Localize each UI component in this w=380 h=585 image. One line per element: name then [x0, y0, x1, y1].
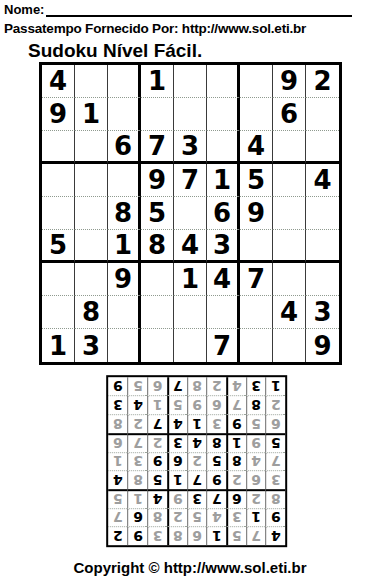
- cell-r5c5[interactable]: [174, 197, 207, 230]
- solution-cell-r9c7: 6: [147, 377, 167, 396]
- cell-r9c1: 1: [42, 329, 75, 362]
- solution-cell-r3c8: 1: [128, 489, 148, 508]
- solution-cell-r7c2: 5: [246, 414, 266, 433]
- cell-r4c6: 1: [207, 164, 240, 197]
- solution-cell-r2c5: 5: [187, 508, 207, 527]
- solution-cell-r6c3: 1: [226, 433, 246, 452]
- solution-cell-r7c6: 4: [167, 414, 187, 433]
- solution-cell-r4c5: 7: [187, 470, 207, 489]
- cell-r3c3: 6: [108, 131, 141, 164]
- solution-cell-r6c4: 8: [206, 433, 226, 452]
- solution-cell-r6c5: 4: [187, 433, 207, 452]
- solution-cell-r7c8: 2: [128, 414, 148, 433]
- cell-r3c9[interactable]: [306, 131, 339, 164]
- solution-cell-r2c7: 8: [147, 508, 167, 527]
- cell-r1c4: 1: [141, 65, 174, 98]
- solution-cell-r3c4: 7: [206, 489, 226, 508]
- cell-r6c1: 5: [42, 230, 75, 263]
- solution-cell-r3c7: 4: [147, 489, 167, 508]
- solution-cell-r5c5: 2: [187, 452, 207, 471]
- solution-cell-r9c5: 8: [187, 377, 207, 396]
- cell-r1c9: 2: [306, 65, 339, 98]
- solution-cell-r8c3: 7: [226, 396, 246, 415]
- solution-cell-r9c9: 9: [108, 377, 128, 396]
- solution-cell-r3c2: 2: [246, 489, 266, 508]
- cell-r5c8[interactable]: [273, 197, 306, 230]
- solution-cell-r4c3: 2: [226, 470, 246, 489]
- cell-r3c8[interactable]: [273, 131, 306, 164]
- cell-r8c2: 8: [75, 296, 108, 329]
- cell-r4c5: 7: [174, 164, 207, 197]
- cell-r2c4[interactable]: [141, 98, 174, 131]
- solution-cell-r5c3: 8: [226, 452, 246, 471]
- solution-cell-r8c5: 9: [187, 396, 207, 415]
- page-title: Sudoku Nível Fácil.: [28, 40, 202, 62]
- cell-r2c8: 6: [273, 98, 306, 131]
- solution-cell-r8c1: 2: [266, 396, 286, 415]
- cell-r5c3: 8: [108, 197, 141, 230]
- cell-r2c5[interactable]: [174, 98, 207, 131]
- solution-cell-r5c4: 5: [206, 452, 226, 471]
- solution-cell-r9c3: 4: [226, 377, 246, 396]
- provider-line: Passatempo Fornecido Por: http://www.sol…: [4, 21, 376, 36]
- solution-cell-r7c1: 6: [266, 414, 286, 433]
- cell-r8c5[interactable]: [174, 296, 207, 329]
- solution-cell-r1c1: 4: [266, 527, 286, 546]
- solution-cell-r4c9: 4: [108, 470, 128, 489]
- cell-r9c3[interactable]: [108, 329, 141, 362]
- cell-r6c2[interactable]: [75, 230, 108, 263]
- solution-cell-r2c4: 4: [206, 508, 226, 527]
- solution-cell-r6c8: 7: [128, 433, 148, 452]
- solution-cell-r4c4: 9: [206, 470, 226, 489]
- solution-cell-r1c3: 5: [226, 527, 246, 546]
- cell-r4c9: 4: [306, 164, 339, 197]
- cell-r6c6: 3: [207, 230, 240, 263]
- sudoku-puzzle-grid: 419291667349715485695184391478431379: [39, 62, 342, 365]
- solution-cell-r3c9: 5: [108, 489, 128, 508]
- cell-r3c2[interactable]: [75, 131, 108, 164]
- cell-r6c9[interactable]: [306, 230, 339, 263]
- solution-cell-r7c4: 3: [206, 414, 226, 433]
- cell-r2c9[interactable]: [306, 98, 339, 131]
- cell-r8c1[interactable]: [42, 296, 75, 329]
- solution-cell-r8c7: 1: [147, 396, 167, 415]
- name-label: Nome:: [4, 3, 44, 17]
- solution-cell-r3c1: 8: [266, 489, 286, 508]
- cell-r5c7: 9: [240, 197, 273, 230]
- solution-cell-r5c2: 4: [246, 452, 266, 471]
- cell-r8c7[interactable]: [240, 296, 273, 329]
- solution-cell-r6c2: 9: [246, 433, 266, 452]
- solution-cell-r1c7: 3: [147, 527, 167, 546]
- solution-cell-r3c5: 3: [187, 489, 207, 508]
- solution-cell-r2c8: 6: [128, 508, 148, 527]
- cell-r7c2[interactable]: [75, 263, 108, 296]
- solution-cell-r8c6: 5: [167, 396, 187, 415]
- cell-r3c1[interactable]: [42, 131, 75, 164]
- cell-r8c4[interactable]: [141, 296, 174, 329]
- sudoku-solution-grid-rotated: 4751683929134528678267394153629715847485…: [106, 375, 287, 547]
- cell-r2c7[interactable]: [240, 98, 273, 131]
- cell-r5c9[interactable]: [306, 197, 339, 230]
- cell-r5c2[interactable]: [75, 197, 108, 230]
- solution-cell-r6c1: 5: [266, 433, 286, 452]
- cell-r1c6[interactable]: [207, 65, 240, 98]
- solution-cell-r4c2: 6: [246, 470, 266, 489]
- cell-r4c4: 9: [141, 164, 174, 197]
- cell-r7c9[interactable]: [306, 263, 339, 296]
- cell-r6c3: 1: [108, 230, 141, 263]
- solution-cell-r6c9: 6: [108, 433, 128, 452]
- cell-r6c5: 4: [174, 230, 207, 263]
- solution-cell-r6c6: 3: [167, 433, 187, 452]
- cell-r5c6: 6: [207, 197, 240, 230]
- solution-cell-r1c4: 1: [206, 527, 226, 546]
- solution-cell-r9c6: 7: [167, 377, 187, 396]
- name-blank-line[interactable]: [46, 2, 352, 17]
- solution-cell-r8c2: 8: [246, 396, 266, 415]
- cell-r9c8[interactable]: [273, 329, 306, 362]
- cell-r9c9: 9: [306, 329, 339, 362]
- solution-cell-r9c1: 1: [266, 377, 286, 396]
- solution-cell-r2c9: 7: [108, 508, 128, 527]
- solution-cell-r8c8: 4: [128, 396, 148, 415]
- solution-cell-r1c9: 2: [108, 527, 128, 546]
- cell-r9c2: 3: [75, 329, 108, 362]
- solution-cell-r7c9: 8: [108, 414, 128, 433]
- solution-cell-r7c3: 9: [226, 414, 246, 433]
- solution-cell-r9c8: 5: [128, 377, 148, 396]
- cell-r1c7[interactable]: [240, 65, 273, 98]
- solution-cell-r2c3: 3: [226, 508, 246, 527]
- cell-r4c7: 5: [240, 164, 273, 197]
- cell-r7c8[interactable]: [273, 263, 306, 296]
- cell-r4c2[interactable]: [75, 164, 108, 197]
- solution-cell-r8c4: 6: [206, 396, 226, 415]
- cell-r8c9: 3: [306, 296, 339, 329]
- solution-cell-r6c7: 2: [147, 433, 167, 452]
- cell-r2c3[interactable]: [108, 98, 141, 131]
- solution-cell-r5c6: 6: [167, 452, 187, 471]
- cell-r6c4: 8: [141, 230, 174, 263]
- solution-cell-r5c7: 9: [147, 452, 167, 471]
- solution-cell-r2c2: 1: [246, 508, 266, 527]
- solution-cell-r9c4: 2: [206, 377, 226, 396]
- cell-r1c8: 9: [273, 65, 306, 98]
- solution-cell-r5c9: 1: [108, 452, 128, 471]
- cell-r9c5[interactable]: [174, 329, 207, 362]
- cell-r3c7: 4: [240, 131, 273, 164]
- cell-r4c3[interactable]: [108, 164, 141, 197]
- solution-cell-r1c8: 9: [128, 527, 148, 546]
- cell-r5c1[interactable]: [42, 197, 75, 230]
- solution-cell-r7c7: 7: [147, 414, 167, 433]
- cell-r7c1[interactable]: [42, 263, 75, 296]
- cell-r3c6[interactable]: [207, 131, 240, 164]
- cell-r6c8[interactable]: [273, 230, 306, 263]
- cell-r1c2[interactable]: [75, 65, 108, 98]
- solution-cell-r5c1: 7: [266, 452, 286, 471]
- cell-r9c6: 7: [207, 329, 240, 362]
- solution-cell-r7c5: 1: [187, 414, 207, 433]
- cell-r1c5[interactable]: [174, 65, 207, 98]
- cell-r2c1: 9: [42, 98, 75, 131]
- solution-cell-r4c8: 8: [128, 470, 148, 489]
- solution-cell-r3c6: 9: [167, 489, 187, 508]
- solution-cell-r5c8: 3: [128, 452, 148, 471]
- cell-r1c1: 4: [42, 65, 75, 98]
- cell-r2c2: 1: [75, 98, 108, 131]
- solution-cell-r1c5: 6: [187, 527, 207, 546]
- cell-r7c3: 9: [108, 263, 141, 296]
- cell-r3c4: 7: [141, 131, 174, 164]
- cell-r7c7: 7: [240, 263, 273, 296]
- cell-r4c8[interactable]: [273, 164, 306, 197]
- cell-r8c8: 4: [273, 296, 306, 329]
- cell-r8c6[interactable]: [207, 296, 240, 329]
- cell-r1c3[interactable]: [108, 65, 141, 98]
- cell-r4c1[interactable]: [42, 164, 75, 197]
- name-field-row: Nome:: [4, 2, 352, 17]
- solution-cell-r8c9: 3: [108, 396, 128, 415]
- cell-r9c7[interactable]: [240, 329, 273, 362]
- solution-cell-r4c1: 3: [266, 470, 286, 489]
- cell-r3c5: 3: [174, 131, 207, 164]
- cell-r7c5: 1: [174, 263, 207, 296]
- cell-r9c4[interactable]: [141, 329, 174, 362]
- cell-r6c7[interactable]: [240, 230, 273, 263]
- cell-r5c4: 5: [141, 197, 174, 230]
- copyright-footer: Copyright © http://www.sol.eti.br: [0, 559, 380, 576]
- solution-cell-r1c2: 7: [246, 527, 266, 546]
- solution-cell-r4c6: 1: [167, 470, 187, 489]
- cell-r7c6: 4: [207, 263, 240, 296]
- solution-cell-r2c1: 9: [266, 508, 286, 527]
- solution-cell-r4c7: 5: [147, 470, 167, 489]
- cell-r8c3[interactable]: [108, 296, 141, 329]
- cell-r7c4[interactable]: [141, 263, 174, 296]
- cell-r2c6[interactable]: [207, 98, 240, 131]
- solution-cell-r2c6: 2: [167, 508, 187, 527]
- solution-cell-r1c6: 8: [167, 527, 187, 546]
- solution-cell-r9c2: 3: [246, 377, 266, 396]
- solution-cell-r3c3: 6: [226, 489, 246, 508]
